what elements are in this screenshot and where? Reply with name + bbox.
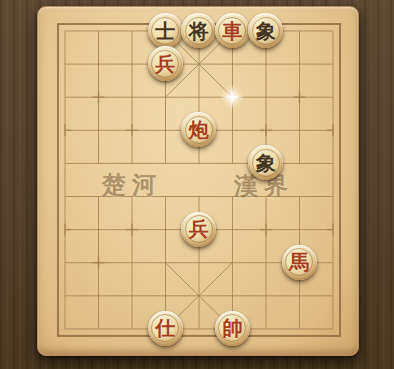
xiangqi-app-screen: 楚河 漢界 士将車象兵炮象兵馬仕帥 — [0, 0, 394, 369]
piece-black-elephant[interactable]: 象 — [248, 13, 283, 48]
piece-black-elephant[interactable]: 象 — [248, 145, 283, 180]
piece-black-advisor[interactable]: 士 — [148, 13, 183, 48]
piece-red-general[interactable]: 帥 — [215, 311, 250, 346]
piece-red-soldier[interactable]: 兵 — [148, 46, 183, 81]
piece-red-soldier[interactable]: 兵 — [181, 212, 216, 247]
xiangqi-board[interactable]: 楚河 漢界 士将車象兵炮象兵馬仕帥 — [37, 6, 359, 356]
piece-red-chariot[interactable]: 車 — [215, 13, 250, 48]
piece-red-horse[interactable]: 馬 — [282, 245, 317, 280]
piece-black-general[interactable]: 将 — [181, 13, 216, 48]
pieces-layer[interactable]: 士将車象兵炮象兵馬仕帥 — [48, 14, 350, 345]
piece-red-cannon[interactable]: 炮 — [181, 112, 216, 147]
piece-red-advisor[interactable]: 仕 — [148, 311, 183, 346]
last-move-sparkle-effect — [219, 84, 245, 110]
